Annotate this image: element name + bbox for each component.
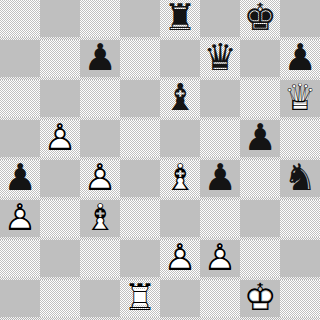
piece-black-queen-f7[interactable]: ♛ [200, 40, 240, 80]
piece-white-king-g1[interactable]: ♚♔ [240, 280, 280, 320]
square-e1[interactable] [160, 280, 200, 320]
square-f6[interactable] [200, 80, 240, 120]
square-d1[interactable]: ♜♖ [120, 280, 160, 320]
square-b8[interactable] [40, 0, 80, 40]
square-a5[interactable] [0, 120, 40, 160]
white-king-glyph-outline: ♔ [240, 278, 280, 318]
square-h5[interactable] [280, 120, 320, 160]
piece-white-pawn-b5[interactable]: ♟♙ [40, 120, 80, 160]
square-g6[interactable] [240, 80, 280, 120]
square-e7[interactable] [160, 40, 200, 80]
piece-black-bishop-e6[interactable]: ♝ [160, 80, 200, 120]
piece-black-pawn-h7[interactable]: ♟ [280, 40, 320, 80]
square-b4[interactable] [40, 160, 80, 200]
square-f1[interactable] [200, 280, 240, 320]
square-b5[interactable]: ♟♙ [40, 120, 80, 160]
square-h4[interactable]: ♞ [280, 160, 320, 200]
square-g7[interactable] [240, 40, 280, 80]
square-d7[interactable] [120, 40, 160, 80]
white-pawn-glyph-outline: ♙ [0, 198, 40, 238]
piece-black-pawn-a4[interactable]: ♟ [0, 160, 40, 200]
square-d6[interactable] [120, 80, 160, 120]
chess-board: ♜♚♟♛♟♝♛♕♟♙♟♟♟♙♝♗♟♞♟♙♝♗♟♙♟♙♜♖♚♔ [0, 0, 320, 320]
square-f8[interactable] [200, 0, 240, 40]
piece-black-pawn-f4[interactable]: ♟ [200, 160, 240, 200]
white-queen-glyph-outline: ♕ [280, 78, 320, 118]
square-e8[interactable]: ♜ [160, 0, 200, 40]
square-c2[interactable] [80, 240, 120, 280]
square-h6[interactable]: ♛♕ [280, 80, 320, 120]
square-e4[interactable]: ♝♗ [160, 160, 200, 200]
square-g1[interactable]: ♚♔ [240, 280, 280, 320]
piece-black-rook-e8[interactable]: ♜ [160, 0, 200, 40]
square-e6[interactable]: ♝ [160, 80, 200, 120]
piece-white-pawn-c4[interactable]: ♟♙ [80, 160, 120, 200]
black-bishop-glyph: ♝ [160, 78, 200, 118]
black-queen-glyph: ♛ [200, 38, 240, 78]
square-f4[interactable]: ♟ [200, 160, 240, 200]
square-g8[interactable]: ♚ [240, 0, 280, 40]
piece-white-bishop-e4[interactable]: ♝♗ [160, 160, 200, 200]
square-a3[interactable]: ♟♙ [0, 200, 40, 240]
black-rook-glyph: ♜ [160, 0, 200, 38]
square-a4[interactable]: ♟ [0, 160, 40, 200]
piece-white-bishop-c3[interactable]: ♝♗ [80, 200, 120, 240]
piece-white-pawn-f2[interactable]: ♟♙ [200, 240, 240, 280]
white-rook-glyph-outline: ♖ [120, 278, 160, 318]
square-h2[interactable] [280, 240, 320, 280]
black-knight-glyph: ♞ [280, 158, 320, 198]
square-c5[interactable] [80, 120, 120, 160]
piece-white-queen-h6[interactable]: ♛♕ [280, 80, 320, 120]
square-b7[interactable] [40, 40, 80, 80]
black-pawn-glyph: ♟ [80, 38, 120, 78]
square-c4[interactable]: ♟♙ [80, 160, 120, 200]
piece-black-pawn-g5[interactable]: ♟ [240, 120, 280, 160]
white-bishop-glyph-outline: ♗ [80, 198, 120, 238]
square-b1[interactable] [40, 280, 80, 320]
black-pawn-glyph: ♟ [0, 158, 40, 198]
square-b2[interactable] [40, 240, 80, 280]
square-g5[interactable]: ♟ [240, 120, 280, 160]
piece-black-knight-h4[interactable]: ♞ [280, 160, 320, 200]
square-g3[interactable] [240, 200, 280, 240]
piece-black-king-g8[interactable]: ♚ [240, 0, 280, 40]
white-pawn-glyph-outline: ♙ [200, 238, 240, 278]
piece-white-rook-d1[interactable]: ♜♖ [120, 280, 160, 320]
square-g4[interactable] [240, 160, 280, 200]
square-d3[interactable] [120, 200, 160, 240]
square-h3[interactable] [280, 200, 320, 240]
square-c8[interactable] [80, 0, 120, 40]
square-b6[interactable] [40, 80, 80, 120]
square-g2[interactable] [240, 240, 280, 280]
white-pawn-glyph-outline: ♙ [80, 158, 120, 198]
square-a1[interactable] [0, 280, 40, 320]
black-king-glyph: ♚ [240, 0, 280, 38]
square-f3[interactable] [200, 200, 240, 240]
piece-white-pawn-e2[interactable]: ♟♙ [160, 240, 200, 280]
square-d4[interactable] [120, 160, 160, 200]
piece-white-pawn-a3[interactable]: ♟♙ [0, 200, 40, 240]
square-f5[interactable] [200, 120, 240, 160]
square-d2[interactable] [120, 240, 160, 280]
black-pawn-glyph: ♟ [280, 38, 320, 78]
square-e3[interactable] [160, 200, 200, 240]
square-a7[interactable] [0, 40, 40, 80]
square-b3[interactable] [40, 200, 80, 240]
square-e5[interactable] [160, 120, 200, 160]
square-f7[interactable]: ♛ [200, 40, 240, 80]
square-h8[interactable] [280, 0, 320, 40]
square-h7[interactable]: ♟ [280, 40, 320, 80]
square-a6[interactable] [0, 80, 40, 120]
square-e2[interactable]: ♟♙ [160, 240, 200, 280]
white-pawn-glyph-outline: ♙ [40, 118, 80, 158]
square-d8[interactable] [120, 0, 160, 40]
square-d5[interactable] [120, 120, 160, 160]
square-a2[interactable] [0, 240, 40, 280]
square-c1[interactable] [80, 280, 120, 320]
square-c3[interactable]: ♝♗ [80, 200, 120, 240]
white-bishop-glyph-outline: ♗ [160, 158, 200, 198]
square-c6[interactable] [80, 80, 120, 120]
square-h1[interactable] [280, 280, 320, 320]
white-pawn-glyph-outline: ♙ [160, 238, 200, 278]
square-a8[interactable] [0, 0, 40, 40]
piece-black-pawn-c7[interactable]: ♟ [80, 40, 120, 80]
black-pawn-glyph: ♟ [240, 118, 280, 158]
black-pawn-glyph: ♟ [200, 158, 240, 198]
square-f2[interactable]: ♟♙ [200, 240, 240, 280]
square-c7[interactable]: ♟ [80, 40, 120, 80]
